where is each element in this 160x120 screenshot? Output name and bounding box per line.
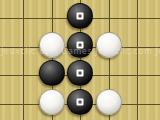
black-stone[interactable] xyxy=(67,60,93,86)
screenshot-root: Jeuxclic.com Games Jeuxclic.com Jeuxclic… xyxy=(0,0,160,120)
white-stone[interactable] xyxy=(96,89,122,115)
white-stone[interactable] xyxy=(39,89,65,115)
square-marker-icon xyxy=(77,98,84,105)
black-stone[interactable] xyxy=(67,32,93,58)
square-marker-icon xyxy=(77,13,84,20)
go-board[interactable]: Jeuxclic.com Games Jeuxclic.com Jeuxclic… xyxy=(0,0,160,120)
grid-vertical-line xyxy=(137,0,138,120)
white-stone[interactable] xyxy=(39,32,65,58)
black-stone[interactable] xyxy=(67,3,93,29)
square-marker-icon xyxy=(77,41,84,48)
grid-vertical-line xyxy=(23,0,24,120)
square-marker-icon xyxy=(77,70,84,77)
black-stone[interactable] xyxy=(39,60,65,86)
white-stone[interactable] xyxy=(96,32,122,58)
black-stone[interactable] xyxy=(67,89,93,115)
